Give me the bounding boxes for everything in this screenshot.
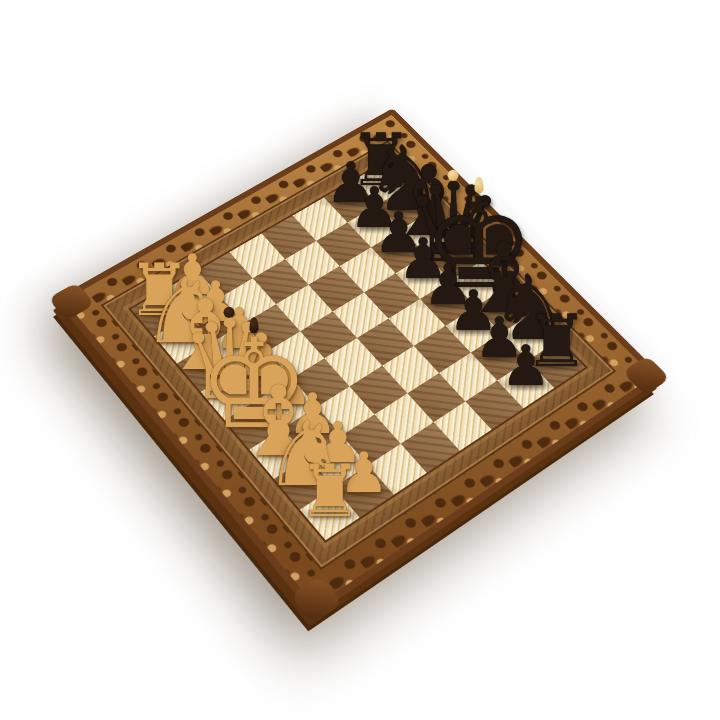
photo-canvas: ♜♞♝♛♚♝♞♜♟♟♟♟♟♟♟♟♟♟♟♟♟♟♟♟♜♞♝♛♚♝♞♜ bbox=[0, 0, 720, 720]
board-foot-bottom bbox=[290, 576, 342, 624]
black-pawn-icon: ♟ bbox=[501, 338, 551, 394]
finial-accent bbox=[249, 317, 258, 333]
piece-white-rook-h1[interactable]: ♜ bbox=[255, 455, 405, 527]
finial-accent bbox=[474, 177, 483, 193]
piece-black-pawn-h7[interactable]: ♟ bbox=[451, 338, 601, 394]
white-rook-icon: ♜ bbox=[298, 455, 363, 527]
